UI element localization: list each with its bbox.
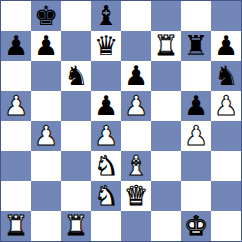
black-pawn-a7[interactable]: ♟	[4, 31, 28, 61]
square-g6[interactable]	[181, 61, 211, 91]
square-c8[interactable]	[61, 1, 91, 31]
square-e4[interactable]	[121, 121, 151, 151]
square-d1[interactable]	[91, 211, 121, 241]
white-king-g1[interactable]: ♚	[184, 211, 208, 241]
square-g1[interactable]: ♚	[181, 211, 211, 241]
black-pawn-d5[interactable]: ♟	[94, 91, 118, 121]
chess-board-wrapper: ♚♝♟♟♛♜♜♟♞♟♞♟♟♟♟♟♟♟♟♞♝♞♛♜♜♚	[0, 0, 242, 242]
white-pawn-a5[interactable]: ♟	[4, 91, 28, 121]
chess-board: ♚♝♟♟♛♜♜♟♞♟♞♟♟♟♟♟♟♟♟♞♝♞♛♜♜♚	[0, 0, 242, 242]
square-g4[interactable]: ♟	[181, 121, 211, 151]
black-pawn-h7[interactable]: ♟	[214, 31, 238, 61]
square-b3[interactable]	[31, 151, 61, 181]
square-e8[interactable]	[121, 1, 151, 31]
square-h3[interactable]	[211, 151, 241, 181]
square-b5[interactable]	[31, 91, 61, 121]
square-c2[interactable]	[61, 181, 91, 211]
square-h6[interactable]: ♞	[211, 61, 241, 91]
square-g5[interactable]: ♟	[181, 91, 211, 121]
white-rook-a1[interactable]: ♜	[4, 211, 28, 241]
square-e3[interactable]: ♝	[121, 151, 151, 181]
square-d8[interactable]: ♝	[91, 1, 121, 31]
square-f1[interactable]	[151, 211, 181, 241]
square-h7[interactable]: ♟	[211, 31, 241, 61]
white-pawn-h5[interactable]: ♟	[214, 91, 238, 121]
square-b7[interactable]: ♟	[31, 31, 61, 61]
square-f4[interactable]	[151, 121, 181, 151]
square-a2[interactable]	[1, 181, 31, 211]
square-f2[interactable]	[151, 181, 181, 211]
black-knight-c6[interactable]: ♞	[64, 61, 88, 91]
square-e6[interactable]: ♟	[121, 61, 151, 91]
square-h2[interactable]	[211, 181, 241, 211]
square-b2[interactable]	[31, 181, 61, 211]
white-bishop-e3[interactable]: ♝	[124, 151, 148, 181]
square-d3[interactable]: ♞	[91, 151, 121, 181]
square-f8[interactable]	[151, 1, 181, 31]
square-g8[interactable]	[181, 1, 211, 31]
square-b6[interactable]	[31, 61, 61, 91]
white-knight-d2[interactable]: ♞	[94, 181, 118, 211]
square-b4[interactable]: ♟	[31, 121, 61, 151]
black-pawn-g5[interactable]: ♟	[184, 91, 208, 121]
square-h8[interactable]	[211, 1, 241, 31]
square-c7[interactable]	[61, 31, 91, 61]
square-c5[interactable]	[61, 91, 91, 121]
white-rook-f7[interactable]: ♜	[154, 31, 178, 61]
square-a4[interactable]	[1, 121, 31, 151]
black-queen-d7[interactable]: ♛	[94, 31, 118, 61]
square-f7[interactable]: ♜	[151, 31, 181, 61]
black-pawn-e6[interactable]: ♟	[124, 61, 148, 91]
square-h1[interactable]	[211, 211, 241, 241]
square-f5[interactable]	[151, 91, 181, 121]
square-h5[interactable]: ♟	[211, 91, 241, 121]
white-queen-e2[interactable]: ♛	[124, 181, 148, 211]
square-a5[interactable]: ♟	[1, 91, 31, 121]
square-d2[interactable]: ♞	[91, 181, 121, 211]
square-d5[interactable]: ♟	[91, 91, 121, 121]
square-a7[interactable]: ♟	[1, 31, 31, 61]
square-h4[interactable]	[211, 121, 241, 151]
square-f6[interactable]	[151, 61, 181, 91]
black-bishop-d8[interactable]: ♝	[94, 1, 118, 31]
white-pawn-d4[interactable]: ♟	[94, 121, 118, 151]
square-d4[interactable]: ♟	[91, 121, 121, 151]
square-g3[interactable]	[181, 151, 211, 181]
square-a8[interactable]	[1, 1, 31, 31]
white-rook-c1[interactable]: ♜	[64, 211, 88, 241]
square-e5[interactable]: ♟	[121, 91, 151, 121]
square-d7[interactable]: ♛	[91, 31, 121, 61]
square-c4[interactable]	[61, 121, 91, 151]
square-g2[interactable]	[181, 181, 211, 211]
white-pawn-e5[interactable]: ♟	[124, 91, 148, 121]
square-e1[interactable]	[121, 211, 151, 241]
black-pawn-b7[interactable]: ♟	[34, 31, 58, 61]
square-b1[interactable]	[31, 211, 61, 241]
white-pawn-b4[interactable]: ♟	[34, 121, 58, 151]
square-c3[interactable]	[61, 151, 91, 181]
black-knight-h6[interactable]: ♞	[214, 61, 238, 91]
square-e7[interactable]	[121, 31, 151, 61]
square-f3[interactable]	[151, 151, 181, 181]
white-pawn-g4[interactable]: ♟	[184, 121, 208, 151]
white-knight-d3[interactable]: ♞	[94, 151, 118, 181]
square-a6[interactable]	[1, 61, 31, 91]
square-g7[interactable]: ♜	[181, 31, 211, 61]
square-a1[interactable]: ♜	[1, 211, 31, 241]
black-king-b8[interactable]: ♚	[34, 1, 58, 31]
square-e2[interactable]: ♛	[121, 181, 151, 211]
square-d6[interactable]	[91, 61, 121, 91]
black-rook-g7[interactable]: ♜	[184, 31, 208, 61]
square-a3[interactable]	[1, 151, 31, 181]
square-b8[interactable]: ♚	[31, 1, 61, 31]
square-c1[interactable]: ♜	[61, 211, 91, 241]
square-c6[interactable]: ♞	[61, 61, 91, 91]
